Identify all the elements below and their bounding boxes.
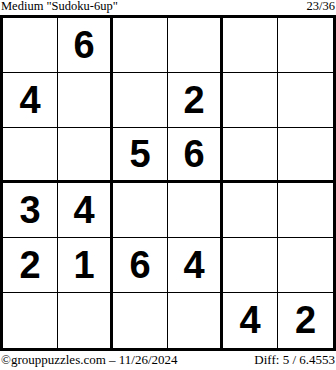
- cell-r3c6[interactable]: [278, 128, 333, 183]
- cell-r6c1[interactable]: [3, 293, 58, 348]
- sudoku-board: 6425634216442: [0, 15, 336, 351]
- cell-r2c3[interactable]: [113, 73, 168, 128]
- copyright-text: ©grouppuzzles.com – 11/26/2024: [1, 353, 178, 367]
- cell-r4c1[interactable]: 3: [3, 183, 58, 238]
- cell-r1c2[interactable]: 6: [58, 18, 113, 73]
- cell-r6c3[interactable]: [113, 293, 168, 348]
- cell-r5c5[interactable]: [223, 238, 278, 293]
- cell-r4c5[interactable]: [223, 183, 278, 238]
- cell-r4c6[interactable]: [278, 183, 333, 238]
- puzzle-header: Medium "Sudoku-6up" 23/36: [0, 0, 336, 15]
- cell-r6c5[interactable]: 4: [223, 293, 278, 348]
- cell-r4c2[interactable]: 4: [58, 183, 113, 238]
- cell-r3c3[interactable]: 5: [113, 128, 168, 183]
- cell-r5c4[interactable]: 4: [168, 238, 223, 293]
- cell-r6c6[interactable]: 2: [278, 293, 333, 348]
- cell-r1c5[interactable]: [223, 18, 278, 73]
- cell-r1c1[interactable]: [3, 18, 58, 73]
- cell-r5c6[interactable]: [278, 238, 333, 293]
- cell-r3c1[interactable]: [3, 128, 58, 183]
- cell-r5c2[interactable]: 1: [58, 238, 113, 293]
- cell-r3c5[interactable]: [223, 128, 278, 183]
- cell-r6c2[interactable]: [58, 293, 113, 348]
- difficulty-text: Diff: 5 / 6.4553: [254, 353, 335, 367]
- puzzle-footer: ©grouppuzzles.com – 11/26/2024 Diff: 5 /…: [0, 351, 336, 370]
- cell-r6c4[interactable]: [168, 293, 223, 348]
- puzzle-page: Medium "Sudoku-6up" 23/36 6425634216442 …: [0, 0, 336, 370]
- puzzle-title: Medium "Sudoku-6up": [1, 0, 118, 13]
- cell-r2c1[interactable]: 4: [3, 73, 58, 128]
- cell-r4c3[interactable]: [113, 183, 168, 238]
- cell-r2c5[interactable]: [223, 73, 278, 128]
- cell-r1c4[interactable]: [168, 18, 223, 73]
- cell-r2c2[interactable]: [58, 73, 113, 128]
- cell-r1c3[interactable]: [113, 18, 168, 73]
- cell-r5c1[interactable]: 2: [3, 238, 58, 293]
- cell-r4c4[interactable]: [168, 183, 223, 238]
- cell-r5c3[interactable]: 6: [113, 238, 168, 293]
- cells-remaining-counter: 23/36: [307, 0, 335, 13]
- cell-r2c6[interactable]: [278, 73, 333, 128]
- cell-r2c4[interactable]: 2: [168, 73, 223, 128]
- cell-r3c4[interactable]: 6: [168, 128, 223, 183]
- cell-r3c2[interactable]: [58, 128, 113, 183]
- cell-r1c6[interactable]: [278, 18, 333, 73]
